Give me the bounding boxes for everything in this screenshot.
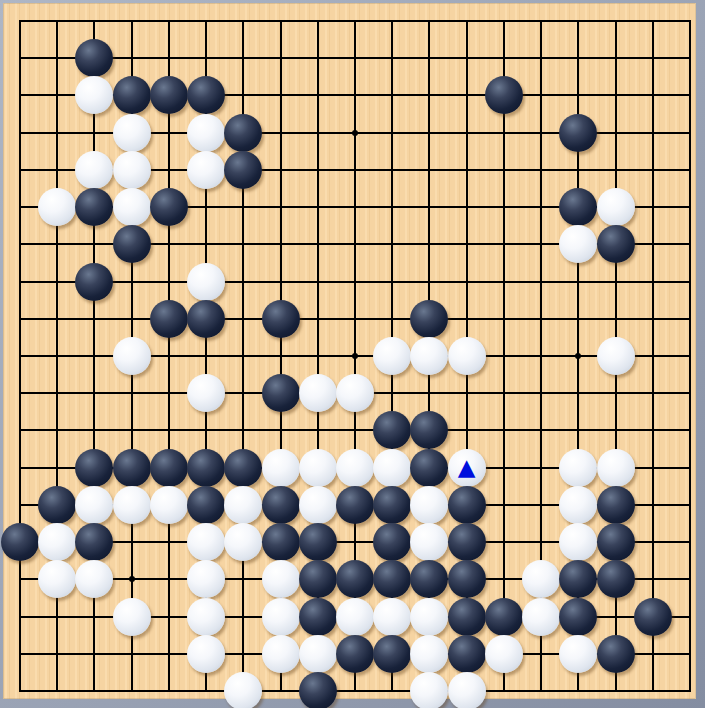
white-stone: ○ — [75, 560, 113, 598]
white-stone: ○ — [187, 523, 225, 561]
black-stone: ● — [559, 598, 597, 636]
black-stone: ● — [150, 449, 188, 487]
white-stone: ○ — [448, 337, 486, 375]
white-stone: ○ — [75, 486, 113, 524]
white-stone: ○ — [38, 560, 76, 598]
white-stone: ○ — [522, 598, 560, 636]
white-stone: ○ — [262, 449, 300, 487]
black-stone: ● — [75, 263, 113, 301]
white-stone: ○ — [559, 449, 597, 487]
grid-line-horizontal — [19, 429, 691, 431]
star-point — [352, 353, 358, 359]
white-stone: ○ — [559, 225, 597, 263]
white-stone: ○ — [373, 337, 411, 375]
white-stone: ○ — [113, 598, 151, 636]
grid-line-vertical — [689, 20, 691, 692]
white-stone: ○ — [113, 151, 151, 189]
black-stone: ● — [336, 486, 374, 524]
white-stone: ○ — [187, 151, 225, 189]
white-stone: ○ — [262, 635, 300, 673]
white-stone: ○ — [187, 560, 225, 598]
black-stone: ● — [336, 560, 374, 598]
black-stone: ● — [224, 151, 262, 189]
go-board[interactable]: ●○●●●●○○●●○○○●○●○●●○●○●●○●●●●○○○○○○●○○●●… — [3, 3, 696, 699]
grid-line-vertical — [503, 20, 505, 692]
black-stone: ● — [373, 523, 411, 561]
white-stone: ○ — [559, 486, 597, 524]
star-point — [352, 130, 358, 136]
white-stone: ○ — [113, 188, 151, 226]
white-stone: ○ — [597, 337, 635, 375]
black-stone: ● — [262, 374, 300, 412]
black-stone: ● — [224, 449, 262, 487]
black-stone: ● — [113, 76, 151, 114]
black-stone: ● — [299, 560, 337, 598]
white-stone: ○ — [522, 560, 560, 598]
white-stone: ○ — [299, 449, 337, 487]
black-stone: ● — [187, 449, 225, 487]
black-stone: ● — [410, 560, 448, 598]
white-stone: ○ — [113, 486, 151, 524]
white-stone: ○ — [410, 672, 448, 708]
white-stone: ○ — [597, 188, 635, 226]
white-stone: ○ — [373, 598, 411, 636]
grid-line-horizontal — [19, 690, 691, 692]
black-stone: ● — [150, 188, 188, 226]
black-stone: ● — [410, 300, 448, 338]
black-stone: ● — [410, 411, 448, 449]
white-stone: ○ — [224, 523, 262, 561]
white-stone: ○ — [373, 449, 411, 487]
black-stone: ● — [38, 486, 76, 524]
black-stone: ● — [75, 39, 113, 77]
black-stone: ● — [597, 523, 635, 561]
white-stone: ○ — [187, 598, 225, 636]
black-stone: ● — [262, 523, 300, 561]
white-stone: ○ — [187, 374, 225, 412]
white-stone: ○ — [224, 486, 262, 524]
black-stone: ● — [597, 225, 635, 263]
grid-line-vertical — [652, 20, 654, 692]
white-stone: ○ — [262, 598, 300, 636]
black-stone: ● — [75, 449, 113, 487]
triangle-marker-icon: ▲ — [458, 455, 476, 478]
black-stone: ● — [150, 300, 188, 338]
black-stone: ● — [634, 598, 672, 636]
white-stone: ○ — [336, 598, 374, 636]
white-stone: ○ — [187, 635, 225, 673]
black-stone: ● — [448, 486, 486, 524]
black-stone: ● — [559, 560, 597, 598]
black-stone: ● — [373, 411, 411, 449]
black-stone: ● — [262, 486, 300, 524]
white-stone: ○ — [187, 114, 225, 152]
white-stone: ○ — [75, 76, 113, 114]
white-stone: ○ — [410, 635, 448, 673]
black-stone: ● — [75, 523, 113, 561]
black-stone: ● — [299, 523, 337, 561]
black-stone: ● — [373, 486, 411, 524]
white-stone: ○ — [262, 560, 300, 598]
black-stone: ● — [597, 560, 635, 598]
white-stone: ○ — [559, 635, 597, 673]
black-stone: ● — [448, 523, 486, 561]
black-stone: ● — [75, 188, 113, 226]
black-stone: ● — [373, 635, 411, 673]
star-point — [129, 576, 135, 582]
white-stone: ○ — [38, 523, 76, 561]
black-stone: ● — [448, 560, 486, 598]
white-stone: ○▲ — [448, 449, 486, 487]
white-stone: ○ — [410, 523, 448, 561]
white-stone: ○ — [113, 114, 151, 152]
black-stone: ● — [410, 449, 448, 487]
white-stone: ○ — [410, 486, 448, 524]
black-stone: ● — [299, 672, 337, 708]
black-stone: ● — [187, 300, 225, 338]
black-stone: ● — [559, 188, 597, 226]
white-stone: ○ — [299, 635, 337, 673]
black-stone: ● — [559, 114, 597, 152]
white-stone: ○ — [448, 672, 486, 708]
white-stone: ○ — [336, 449, 374, 487]
black-stone: ● — [485, 76, 523, 114]
white-stone: ○ — [336, 374, 374, 412]
black-stone: ● — [150, 76, 188, 114]
white-stone: ○ — [224, 672, 262, 708]
white-stone: ○ — [299, 486, 337, 524]
goban-frame: ●○●●●●○○●●○○○●○●○●●○●○●●○●●●●○○○○○○●○○●●… — [0, 0, 705, 708]
black-stone: ● — [1, 523, 39, 561]
white-stone: ○ — [187, 263, 225, 301]
black-stone: ● — [485, 598, 523, 636]
black-stone: ● — [224, 114, 262, 152]
black-stone: ● — [597, 486, 635, 524]
white-stone: ○ — [410, 337, 448, 375]
white-stone: ○ — [299, 374, 337, 412]
star-point — [575, 353, 581, 359]
black-stone: ● — [113, 449, 151, 487]
black-stone: ● — [448, 598, 486, 636]
black-stone: ● — [187, 486, 225, 524]
white-stone: ○ — [559, 523, 597, 561]
white-stone: ○ — [597, 449, 635, 487]
black-stone: ● — [373, 560, 411, 598]
white-stone: ○ — [38, 188, 76, 226]
white-stone: ○ — [150, 486, 188, 524]
black-stone: ● — [597, 635, 635, 673]
white-stone: ○ — [75, 151, 113, 189]
black-stone: ● — [113, 225, 151, 263]
white-stone: ○ — [410, 598, 448, 636]
black-stone: ● — [262, 300, 300, 338]
white-stone: ○ — [113, 337, 151, 375]
black-stone: ● — [448, 635, 486, 673]
black-stone: ● — [336, 635, 374, 673]
black-stone: ● — [187, 76, 225, 114]
black-stone: ● — [299, 598, 337, 636]
white-stone: ○ — [485, 635, 523, 673]
